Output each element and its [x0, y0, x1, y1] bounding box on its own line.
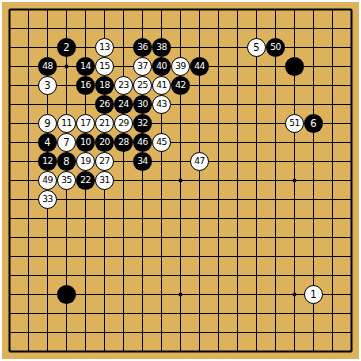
black-stone-26: 26: [95, 95, 114, 114]
white-stone-27: 27: [95, 152, 114, 171]
white-stone-11: 11: [57, 114, 76, 133]
black-stone-46: 46: [133, 133, 152, 152]
white-stone-51: 51: [285, 114, 304, 133]
white-stone-37: 37: [133, 57, 152, 76]
black-stone-14: 14: [76, 57, 95, 76]
white-stone-41: 41: [152, 76, 171, 95]
black-stone-16: 16: [76, 76, 95, 95]
black-stone-24: 24: [114, 95, 133, 114]
black-stone-handicap: [57, 285, 76, 304]
black-stone-36: 36: [133, 38, 152, 57]
black-stone-28: 28: [114, 133, 133, 152]
stones-layer: 1234567891011121314151617181920212223242…: [0, 0, 361, 361]
black-stone-22: 22: [76, 171, 95, 190]
black-stone-40: 40: [152, 57, 171, 76]
black-stone-handicap: [285, 57, 304, 76]
white-stone-3: 3: [38, 76, 57, 95]
black-stone-18: 18: [95, 76, 114, 95]
black-stone-2: 2: [57, 38, 76, 57]
white-stone-13: 13: [95, 38, 114, 57]
white-stone-47: 47: [190, 152, 209, 171]
black-stone-8: 8: [57, 152, 76, 171]
black-stone-42: 42: [171, 76, 190, 95]
white-stone-9: 9: [38, 114, 57, 133]
white-stone-15: 15: [95, 57, 114, 76]
white-stone-19: 19: [76, 152, 95, 171]
black-stone-38: 38: [152, 38, 171, 57]
white-stone-21: 21: [95, 114, 114, 133]
black-stone-10: 10: [76, 133, 95, 152]
white-stone-29: 29: [114, 114, 133, 133]
white-stone-35: 35: [57, 171, 76, 190]
white-stone-33: 33: [38, 190, 57, 209]
black-stone-12: 12: [38, 152, 57, 171]
black-stone-50: 50: [266, 38, 285, 57]
black-stone-34: 34: [133, 152, 152, 171]
white-stone-1: 1: [304, 285, 323, 304]
black-stone-6: 6: [304, 114, 323, 133]
white-stone-23: 23: [114, 76, 133, 95]
white-stone-7: 7: [57, 133, 76, 152]
white-stone-17: 17: [76, 114, 95, 133]
white-stone-45: 45: [152, 133, 171, 152]
black-stone-48: 48: [38, 57, 57, 76]
black-stone-30: 30: [133, 95, 152, 114]
white-stone-49: 49: [38, 171, 57, 190]
white-stone-5: 5: [247, 38, 266, 57]
white-stone-39: 39: [171, 57, 190, 76]
white-stone-31: 31: [95, 171, 114, 190]
black-stone-44: 44: [190, 57, 209, 76]
black-stone-32: 32: [133, 114, 152, 133]
black-stone-20: 20: [95, 133, 114, 152]
white-stone-43: 43: [152, 95, 171, 114]
black-stone-4: 4: [38, 133, 57, 152]
white-stone-25: 25: [133, 76, 152, 95]
go-board-diagram: 1234567891011121314151617181920212223242…: [0, 0, 361, 361]
